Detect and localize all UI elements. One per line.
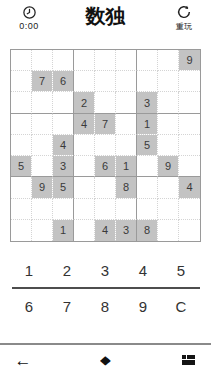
- nav-recents-button[interactable]: [178, 350, 198, 370]
- cell-r9c7: 8: [137, 220, 158, 241]
- recent-apps-icon: [182, 355, 195, 365]
- cell-r3c9[interactable]: [179, 92, 200, 113]
- cell-r1c2[interactable]: [32, 50, 53, 71]
- cell-r7c8[interactable]: [158, 177, 179, 198]
- cell-r2c4[interactable]: [74, 71, 95, 92]
- cell-r7c2: 9: [32, 177, 53, 198]
- cell-r7c9: 4: [179, 177, 200, 198]
- keypad-row-2: 6 7 8 9 C: [10, 289, 200, 323]
- key-8[interactable]: 8: [86, 289, 124, 323]
- cell-r4c9[interactable]: [179, 114, 200, 135]
- cell-r5c2[interactable]: [32, 135, 53, 156]
- cell-r2c2: 7: [32, 71, 53, 92]
- keypad-row-1: 1 2 3 4 5: [10, 253, 200, 287]
- cell-r9c2[interactable]: [32, 220, 53, 241]
- cell-r3c3[interactable]: [53, 92, 74, 113]
- restart-button[interactable]: 重玩: [167, 4, 201, 32]
- cell-r1c8[interactable]: [158, 50, 179, 71]
- cell-r9c5: 4: [95, 220, 116, 241]
- cell-r4c2[interactable]: [32, 114, 53, 135]
- nav-home-button[interactable]: ◆: [96, 350, 116, 370]
- back-arrow-icon: ←: [15, 352, 32, 369]
- cell-r4c3[interactable]: [53, 114, 74, 135]
- cell-r6c4[interactable]: [74, 156, 95, 177]
- cell-r9c6: 3: [116, 220, 137, 241]
- cell-r8c5[interactable]: [95, 199, 116, 220]
- restart-icon: [176, 4, 192, 20]
- cell-r8c3[interactable]: [53, 199, 74, 220]
- cell-r5c5[interactable]: [95, 135, 116, 156]
- page-title: 数独: [40, 3, 171, 30]
- key-1[interactable]: 1: [10, 253, 48, 287]
- key-4[interactable]: 4: [124, 253, 162, 287]
- cell-r5c6[interactable]: [116, 135, 137, 156]
- cell-r4c5: 7: [95, 114, 116, 135]
- cell-r6c1: 5: [11, 156, 32, 177]
- cell-r5c8[interactable]: [158, 135, 179, 156]
- key-2[interactable]: 2: [48, 253, 86, 287]
- cell-r8c6[interactable]: [116, 199, 137, 220]
- cell-r9c3: 1: [53, 220, 74, 241]
- nav-back-button[interactable]: ←: [13, 350, 33, 370]
- home-diamond-icon: ◆: [100, 354, 111, 366]
- cell-r5c3: 4: [53, 135, 74, 156]
- cell-r3c4: 2: [74, 92, 95, 113]
- cell-r3c1[interactable]: [11, 92, 32, 113]
- cell-r7c1[interactable]: [11, 177, 32, 198]
- cell-r1c6[interactable]: [116, 50, 137, 71]
- key-clear[interactable]: C: [162, 289, 200, 323]
- cell-r3c2[interactable]: [32, 92, 53, 113]
- cell-r5c7: 5: [137, 135, 158, 156]
- cell-r4c1[interactable]: [11, 114, 32, 135]
- cell-r8c4[interactable]: [74, 199, 95, 220]
- key-7[interactable]: 7: [48, 289, 86, 323]
- cell-r9c1[interactable]: [11, 220, 32, 241]
- cell-r3c8[interactable]: [158, 92, 179, 113]
- cell-r1c1[interactable]: [11, 50, 32, 71]
- cell-r6c6: 1: [116, 156, 137, 177]
- cell-r2c7[interactable]: [137, 71, 158, 92]
- cell-r7c7[interactable]: [137, 177, 158, 198]
- restart-label: 重玩: [167, 21, 201, 32]
- nav-bar: ← ◆: [0, 343, 211, 375]
- cell-r2c1[interactable]: [11, 71, 32, 92]
- cell-r4c6[interactable]: [116, 114, 137, 135]
- cell-r7c4[interactable]: [74, 177, 95, 198]
- cell-r2c6[interactable]: [116, 71, 137, 92]
- cell-r8c1[interactable]: [11, 199, 32, 220]
- cell-r3c6[interactable]: [116, 92, 137, 113]
- cell-r9c8[interactable]: [158, 220, 179, 241]
- key-6[interactable]: 6: [10, 289, 48, 323]
- number-pad: 1 2 3 4 5 6 7 8 9 C: [10, 253, 200, 323]
- clock-icon: [22, 5, 37, 20]
- cell-r1c3[interactable]: [53, 50, 74, 71]
- key-9[interactable]: 9: [124, 289, 162, 323]
- key-3[interactable]: 3: [86, 253, 124, 287]
- cell-r4c7: 1: [137, 114, 158, 135]
- cell-r3c5[interactable]: [95, 92, 116, 113]
- cell-r5c9[interactable]: [179, 135, 200, 156]
- cell-r1c4[interactable]: [74, 50, 95, 71]
- cell-r8c2[interactable]: [32, 199, 53, 220]
- cell-r2c9[interactable]: [179, 71, 200, 92]
- cell-r2c3: 6: [53, 71, 74, 92]
- cell-r7c3: 5: [53, 177, 74, 198]
- cell-r4c8[interactable]: [158, 114, 179, 135]
- cell-r8c7[interactable]: [137, 199, 158, 220]
- cell-r9c9[interactable]: [179, 220, 200, 241]
- cell-r6c2[interactable]: [32, 156, 53, 177]
- cell-r2c5[interactable]: [95, 71, 116, 92]
- cell-r9c4[interactable]: [74, 220, 95, 241]
- cell-r8c8[interactable]: [158, 199, 179, 220]
- cell-r5c4[interactable]: [74, 135, 95, 156]
- cell-r1c5[interactable]: [95, 50, 116, 71]
- cell-r6c5: 6: [95, 156, 116, 177]
- cell-r6c8: 9: [158, 156, 179, 177]
- app-header: 0:00 数独 重玩: [0, 0, 211, 46]
- cell-r1c7[interactable]: [137, 50, 158, 71]
- cell-r8c9[interactable]: [179, 199, 200, 220]
- cell-r7c5[interactable]: [95, 177, 116, 198]
- cell-r3c7: 3: [137, 92, 158, 113]
- cell-r6c9[interactable]: [179, 156, 200, 177]
- cell-r6c3: 3: [53, 156, 74, 177]
- cell-r2c8[interactable]: [158, 71, 179, 92]
- cell-r1c9: 9: [179, 50, 200, 71]
- cell-r4c4: 4: [74, 114, 95, 135]
- cell-r5c1[interactable]: [11, 135, 32, 156]
- key-5[interactable]: 5: [162, 253, 200, 287]
- sudoku-board: 97623471455361995841438: [10, 49, 201, 242]
- cell-r6c7[interactable]: [137, 156, 158, 177]
- cell-r7c6: 8: [116, 177, 137, 198]
